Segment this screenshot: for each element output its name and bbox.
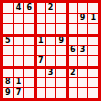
cell-r1c1[interactable] (3, 3, 13, 13)
cell-r9c9[interactable] (88, 88, 98, 98)
cell-r3c3[interactable] (24, 24, 34, 34)
cell-r6c7[interactable] (67, 56, 77, 66)
cell-r2c5[interactable] (46, 14, 56, 24)
cell-r8c7[interactable] (67, 78, 77, 88)
cell-r7c2[interactable] (14, 67, 24, 77)
cell-r9c7[interactable] (67, 88, 77, 98)
cell-r1c7[interactable] (67, 3, 77, 13)
cell-r7c3[interactable] (24, 67, 34, 77)
cell-r9c6[interactable] (56, 88, 66, 98)
cell-r4c6[interactable]: 9 (56, 35, 66, 45)
cell-r4c8[interactable] (78, 35, 88, 45)
cell-r6c4[interactable]: 7 (35, 56, 45, 66)
cell-r5c4[interactable] (35, 46, 45, 56)
cell-r2c6[interactable] (56, 14, 66, 24)
cell-r2c4[interactable] (35, 14, 45, 24)
cell-r2c8[interactable]: 9 (78, 14, 88, 24)
cell-r4c9[interactable] (88, 35, 98, 45)
cell-r1c6[interactable] (56, 3, 66, 13)
cell-r9c2[interactable]: 7 (14, 88, 24, 98)
cell-r7c1[interactable] (3, 67, 13, 77)
cell-r2c3[interactable] (24, 14, 34, 24)
cell-r8c2[interactable]: 1 (14, 78, 24, 88)
cell-r8c1[interactable]: 8 (3, 78, 13, 88)
cell-r3c9[interactable] (88, 24, 98, 34)
cell-r5c7[interactable]: 6 (67, 46, 77, 56)
cell-r5c9[interactable] (88, 46, 98, 56)
cell-r3c5[interactable] (46, 24, 56, 34)
cell-r8c9[interactable] (88, 78, 98, 88)
cell-r4c7[interactable] (67, 35, 77, 45)
cell-r8c6[interactable] (56, 78, 66, 88)
cell-r8c8[interactable] (78, 78, 88, 88)
cell-r1c8[interactable] (78, 3, 88, 13)
cell-r3c2[interactable] (14, 24, 24, 34)
cell-r7c4[interactable] (35, 67, 45, 77)
sudoku-board: 46291519637328197 (0, 0, 101, 101)
cell-r4c1[interactable]: 5 (3, 35, 13, 45)
cell-r9c5[interactable] (46, 88, 56, 98)
cell-r3c6[interactable] (56, 24, 66, 34)
cell-r6c6[interactable] (56, 56, 66, 66)
cell-r4c2[interactable] (14, 35, 24, 45)
cell-r9c4[interactable] (35, 88, 45, 98)
cell-r1c3[interactable]: 6 (24, 3, 34, 13)
cell-r6c2[interactable] (14, 56, 24, 66)
cell-r6c1[interactable] (3, 56, 13, 66)
cell-r3c1[interactable] (3, 24, 13, 34)
cell-r5c2[interactable] (14, 46, 24, 56)
cell-r3c4[interactable] (35, 24, 45, 34)
cell-r6c3[interactable] (24, 56, 34, 66)
cell-r2c1[interactable] (3, 14, 13, 24)
cell-r1c2[interactable]: 4 (14, 3, 24, 13)
cell-r3c8[interactable] (78, 24, 88, 34)
cell-r7c9[interactable] (88, 67, 98, 77)
cell-r7c5[interactable]: 3 (46, 67, 56, 77)
cell-r9c3[interactable] (24, 88, 34, 98)
cell-r2c7[interactable] (67, 14, 77, 24)
cell-r5c8[interactable]: 3 (78, 46, 88, 56)
cell-r1c9[interactable] (88, 3, 98, 13)
cell-r1c5[interactable]: 2 (46, 3, 56, 13)
cell-r2c9[interactable]: 1 (88, 14, 98, 24)
cell-r8c5[interactable] (46, 78, 56, 88)
cell-r5c3[interactable] (24, 46, 34, 56)
cell-r9c1[interactable]: 9 (3, 88, 13, 98)
cell-r7c6[interactable] (56, 67, 66, 77)
cell-r7c8[interactable] (78, 67, 88, 77)
cell-r4c5[interactable] (46, 35, 56, 45)
cell-r9c8[interactable] (78, 88, 88, 98)
cell-r4c4[interactable]: 1 (35, 35, 45, 45)
cell-r3c7[interactable] (67, 24, 77, 34)
cell-r5c5[interactable] (46, 46, 56, 56)
cell-r4c3[interactable] (24, 35, 34, 45)
cell-r1c4[interactable] (35, 3, 45, 13)
cell-r5c6[interactable] (56, 46, 66, 56)
cell-r2c2[interactable] (14, 14, 24, 24)
cell-r6c9[interactable] (88, 56, 98, 66)
cell-r6c8[interactable] (78, 56, 88, 66)
cell-r8c3[interactable] (24, 78, 34, 88)
cell-r8c4[interactable] (35, 78, 45, 88)
cell-r7c7[interactable]: 2 (67, 67, 77, 77)
cell-r5c1[interactable] (3, 46, 13, 56)
cell-r6c5[interactable] (46, 56, 56, 66)
